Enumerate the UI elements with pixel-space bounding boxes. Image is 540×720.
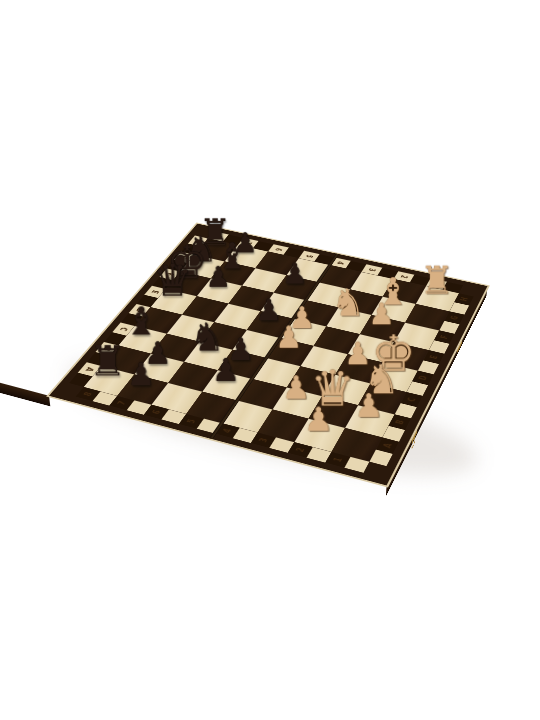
- clasp-icon[interactable]: [412, 426, 418, 444]
- coordinate-label: 6: [144, 405, 173, 424]
- coordinate-label: 8: [76, 387, 105, 406]
- clasp-icon[interactable]: [457, 338, 462, 354]
- piece-black-pawn-b5[interactable]: ♟: [195, 355, 258, 386]
- frame-label-cell: F: [429, 331, 455, 354]
- board-side-face-numbers-edge: [0, 319, 50, 407]
- product-photo-stage: 88HH77GG66FF55EE44DD33CC22BB11AA♜♝♛♚♞♜♟♟…: [0, 0, 540, 720]
- frame-label-cell: G: [439, 312, 464, 334]
- clasp-ring-icon: [411, 434, 415, 450]
- scene: 88HH77GG66FF55EE44DD33CC22BB11AA♜♝♛♚♞♜♟♟…: [0, 0, 540, 720]
- piece-black-pawn-g5[interactable]: ♟: [266, 260, 323, 289]
- chessboard: 88HH77GG66FF55EE44DD33CC22BB11AA♜♝♛♚♞♜♟♟…: [46, 222, 490, 487]
- piece-black-pawn-a7[interactable]: ♟: [110, 359, 173, 391]
- piece-white-pawn-a2[interactable]: ♟: [286, 403, 352, 436]
